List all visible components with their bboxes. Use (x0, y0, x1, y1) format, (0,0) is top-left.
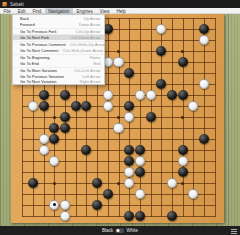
black-stone (167, 90, 177, 100)
black-stone (71, 101, 81, 111)
black-stone (92, 178, 102, 188)
hoshi-point (181, 116, 184, 119)
navigation-dropdown-menu: BackUp ArrowForwardDown ArrowGo To Previ… (12, 14, 105, 85)
toggle-knob (117, 229, 120, 232)
hoshi-point (53, 182, 56, 185)
grid-line (204, 18, 205, 217)
black-stone (124, 145, 134, 155)
white-stone (199, 79, 209, 89)
menu-item-forward[interactable]: ForwardDown Arrow (13, 22, 104, 28)
black-stone (49, 123, 59, 133)
white-stone (178, 156, 188, 166)
black-stone (92, 200, 102, 210)
white-stone (103, 90, 113, 100)
white-stone (167, 178, 177, 188)
white-stone (135, 90, 145, 100)
black-stone (124, 211, 134, 221)
menu-item-shortcut: Ctrl+Shift+Down Arrow (58, 48, 102, 54)
black-stone (135, 211, 145, 221)
menu-item-label: Go To Next Comment (20, 48, 58, 54)
black-stone (146, 112, 156, 122)
grid-line (193, 18, 194, 217)
black-stone (178, 57, 188, 67)
black-stone (39, 101, 49, 111)
menu-item-shortcut: Ctrl+Down Arrow (66, 35, 100, 41)
white-stone (60, 200, 70, 210)
black-stone (60, 112, 70, 122)
white-stone (39, 134, 49, 144)
black-stone (167, 211, 177, 221)
hoshi-point (117, 50, 120, 53)
black-stone (199, 24, 209, 34)
menu-item-go-to-next-variation[interactable]: Go To Next VariationRight Arrow (13, 79, 104, 85)
menu-item-go-to-next-comment[interactable]: Go To Next CommentCtrl+Shift+Down Arrow (13, 48, 104, 54)
black-stone (124, 68, 134, 78)
menu-item-label: Go To Next Fork (20, 35, 49, 41)
white-stone (124, 112, 134, 122)
black-stone (81, 145, 91, 155)
white-stone (124, 167, 134, 177)
black-stone (135, 145, 145, 155)
white-stone (49, 200, 59, 210)
hoshi-point (117, 116, 120, 119)
grid-line (140, 18, 141, 217)
grid-line (22, 194, 216, 195)
sabaki-window: Sabaki FileEditFindNavigationEnginesView… (0, 0, 240, 235)
hamburger-icon[interactable] (231, 228, 237, 234)
white-stone (113, 123, 123, 133)
white-stone (135, 156, 145, 166)
black-stone (199, 134, 209, 144)
player-toggle[interactable] (116, 228, 125, 233)
white-stone (39, 145, 49, 155)
menu-item-label: Go To End (20, 61, 39, 67)
window-title: Sabaki (10, 2, 24, 7)
white-stone (124, 178, 134, 188)
black-stone (135, 167, 145, 177)
menubar-item-help[interactable]: Help (113, 8, 129, 14)
black-player-label: Black (102, 228, 113, 233)
hoshi-point (181, 182, 184, 185)
black-stone (39, 90, 49, 100)
menu-item-label: Forward (20, 22, 35, 28)
title-bar: Sabaki (0, 0, 240, 8)
white-player-label: White (127, 228, 139, 233)
hoshi-point (117, 182, 120, 185)
white-stone (113, 57, 123, 67)
hoshi-point (53, 116, 56, 119)
last-move-marker (53, 203, 56, 206)
black-stone (156, 46, 166, 56)
hoshi-point (181, 50, 184, 53)
menu-item-label: Go To Next Variation (20, 79, 57, 85)
black-stone (124, 156, 134, 166)
grid-line (22, 216, 216, 217)
black-stone (156, 79, 166, 89)
menu-item-shortcut: End (89, 61, 100, 67)
menu-item-shortcut: Right Arrow (76, 79, 101, 85)
white-stone (135, 189, 145, 199)
white-stone (199, 35, 209, 45)
bottom-bar: Black White (0, 226, 240, 235)
black-stone (178, 145, 188, 155)
menu-item-shortcut: Down Arrow (75, 22, 101, 28)
black-stone (60, 123, 70, 133)
black-stone (103, 189, 113, 199)
black-stone (178, 167, 188, 177)
white-stone (188, 101, 198, 111)
black-stone (60, 90, 70, 100)
white-stone (188, 189, 198, 199)
black-stone (81, 101, 91, 111)
menu-item-go-to-next-fork[interactable]: Go To Next ForkCtrl+Down Arrow (13, 35, 104, 41)
black-stone (49, 134, 59, 144)
white-stone (28, 101, 38, 111)
black-stone (124, 101, 134, 111)
white-stone (60, 211, 70, 221)
black-stone (178, 90, 188, 100)
white-stone (146, 90, 156, 100)
white-stone (103, 101, 113, 111)
white-stone (49, 156, 59, 166)
menu-item-go-to-end[interactable]: Go To EndEnd (13, 61, 104, 67)
app-icon (3, 2, 8, 7)
grid-line (215, 18, 216, 217)
black-stone (28, 178, 38, 188)
white-stone (156, 24, 166, 34)
